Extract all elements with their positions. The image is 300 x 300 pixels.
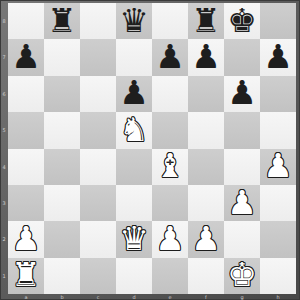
square-c4[interactable] [80, 149, 116, 185]
file-label-d: d [130, 294, 138, 300]
rank-label-1: 1 [1, 273, 7, 279]
piece-white-pawn-e2[interactable]: ♟ [155, 222, 185, 255]
piece-white-rook-a1[interactable]: ♜ [11, 258, 41, 291]
square-b8[interactable]: ♜ [44, 3, 80, 39]
square-b6[interactable] [44, 76, 80, 112]
square-f3[interactable] [188, 185, 224, 221]
square-e3[interactable] [152, 185, 188, 221]
piece-black-queen-d8[interactable]: ♛ [119, 4, 149, 37]
square-e1[interactable] [152, 258, 188, 294]
piece-white-king-g1[interactable]: ♚ [227, 258, 257, 291]
square-d1[interactable] [116, 258, 152, 294]
piece-white-pawn-g3[interactable]: ♟ [227, 186, 257, 219]
square-h3[interactable] [260, 185, 296, 221]
piece-white-pawn-a2[interactable]: ♟ [11, 222, 41, 255]
rank-label-3: 3 [1, 200, 7, 206]
file-label-h: h [274, 294, 282, 300]
rank-label-7: 7 [1, 54, 7, 60]
square-a4[interactable] [8, 149, 44, 185]
square-c5[interactable] [80, 112, 116, 148]
square-e4[interactable]: ♝ [152, 149, 188, 185]
square-h4[interactable]: ♟ [260, 149, 296, 185]
file-label-e: e [166, 294, 174, 300]
square-a1[interactable]: ♜ [8, 258, 44, 294]
square-f1[interactable] [188, 258, 224, 294]
square-g3[interactable]: ♟ [224, 185, 260, 221]
rank-label-8: 8 [1, 18, 7, 24]
square-d3[interactable] [116, 185, 152, 221]
square-h8[interactable] [260, 3, 296, 39]
rank-label-6: 6 [1, 91, 7, 97]
square-d4[interactable] [116, 149, 152, 185]
square-a2[interactable]: ♟ [8, 221, 44, 257]
rank-label-4: 4 [1, 164, 7, 170]
square-c8[interactable] [80, 3, 116, 39]
square-e8[interactable] [152, 3, 188, 39]
chess-board[interactable]: ♜♛♜♚♟♟♟♟♟♟♞♝♟♟♟♛♟♟♜♚ [8, 3, 296, 294]
square-e7[interactable]: ♟ [152, 39, 188, 75]
rank-label-2: 2 [1, 236, 7, 242]
square-g7[interactable] [224, 39, 260, 75]
square-f6[interactable] [188, 76, 224, 112]
square-e5[interactable] [152, 112, 188, 148]
square-g8[interactable]: ♚ [224, 3, 260, 39]
square-h7[interactable]: ♟ [260, 39, 296, 75]
square-a8[interactable] [8, 3, 44, 39]
piece-black-rook-f8[interactable]: ♜ [191, 4, 221, 37]
square-d5[interactable]: ♞ [116, 112, 152, 148]
piece-black-pawn-g6[interactable]: ♟ [227, 76, 257, 109]
piece-black-pawn-a7[interactable]: ♟ [11, 40, 41, 73]
file-label-b: b [58, 294, 66, 300]
square-e2[interactable]: ♟ [152, 221, 188, 257]
square-b7[interactable] [44, 39, 80, 75]
rank-label-5: 5 [1, 127, 7, 133]
square-d7[interactable] [116, 39, 152, 75]
piece-white-queen-d2[interactable]: ♛ [119, 222, 149, 255]
piece-black-pawn-d6[interactable]: ♟ [119, 76, 149, 109]
square-f7[interactable]: ♟ [188, 39, 224, 75]
square-f8[interactable]: ♜ [188, 3, 224, 39]
piece-black-pawn-f7[interactable]: ♟ [191, 40, 221, 73]
piece-white-knight-d5[interactable]: ♞ [119, 113, 149, 146]
square-g2[interactable] [224, 221, 260, 257]
square-f4[interactable] [188, 149, 224, 185]
square-b5[interactable] [44, 112, 80, 148]
piece-black-rook-b8[interactable]: ♜ [47, 4, 77, 37]
square-a6[interactable] [8, 76, 44, 112]
file-label-g: g [238, 294, 246, 300]
square-c7[interactable] [80, 39, 116, 75]
piece-white-pawn-f2[interactable]: ♟ [191, 222, 221, 255]
square-g5[interactable] [224, 112, 260, 148]
piece-black-king-g8[interactable]: ♚ [227, 4, 257, 37]
square-c2[interactable] [80, 221, 116, 257]
square-b4[interactable] [44, 149, 80, 185]
square-h1[interactable] [260, 258, 296, 294]
square-c6[interactable] [80, 76, 116, 112]
square-g6[interactable]: ♟ [224, 76, 260, 112]
square-b3[interactable] [44, 185, 80, 221]
square-a7[interactable]: ♟ [8, 39, 44, 75]
piece-white-bishop-e4[interactable]: ♝ [155, 149, 185, 182]
square-e6[interactable] [152, 76, 188, 112]
piece-black-pawn-h7[interactable]: ♟ [263, 40, 293, 73]
square-b1[interactable] [44, 258, 80, 294]
square-d2[interactable]: ♛ [116, 221, 152, 257]
square-a5[interactable] [8, 112, 44, 148]
square-h2[interactable] [260, 221, 296, 257]
file-label-c: c [94, 294, 102, 300]
file-label-a: a [22, 294, 30, 300]
square-a3[interactable] [8, 185, 44, 221]
square-g1[interactable]: ♚ [224, 258, 260, 294]
square-d6[interactable]: ♟ [116, 76, 152, 112]
square-b2[interactable] [44, 221, 80, 257]
square-h6[interactable] [260, 76, 296, 112]
square-c3[interactable] [80, 185, 116, 221]
chess-app: ♜♛♜♚♟♟♟♟♟♟♞♝♟♟♟♛♟♟♜♚ 87654321abcdefgh [0, 0, 300, 300]
piece-white-pawn-h4[interactable]: ♟ [263, 149, 293, 182]
square-g4[interactable] [224, 149, 260, 185]
square-f2[interactable]: ♟ [188, 221, 224, 257]
file-label-f: f [202, 294, 210, 300]
square-c1[interactable] [80, 258, 116, 294]
square-f5[interactable] [188, 112, 224, 148]
piece-black-pawn-e7[interactable]: ♟ [155, 40, 185, 73]
square-h5[interactable] [260, 112, 296, 148]
square-d8[interactable]: ♛ [116, 3, 152, 39]
